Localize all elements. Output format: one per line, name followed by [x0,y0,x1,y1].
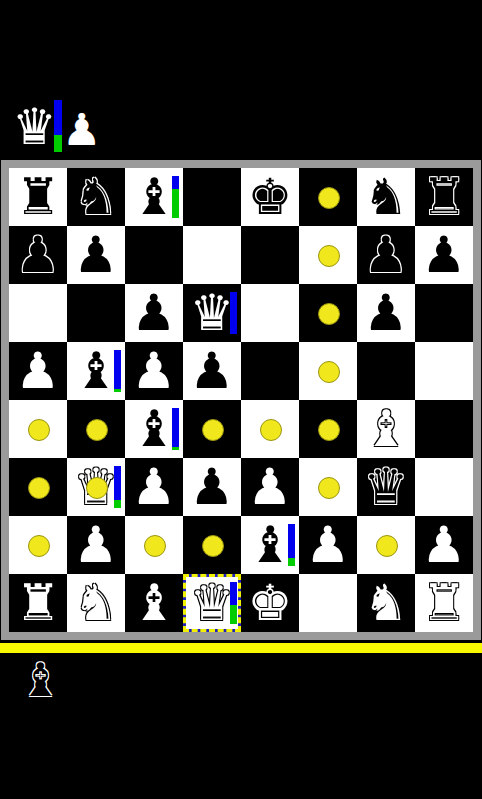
white-knight[interactable]: ♞ [364,574,409,632]
black-knight[interactable]: ♞ [74,168,119,226]
legal-move-dot [86,477,108,499]
square-f7[interactable] [299,226,357,284]
white-pawn[interactable]: ♟ [74,516,119,574]
black-pawn[interactable]: ♟ [422,226,467,284]
legal-move-dot [318,245,340,267]
black-pawn[interactable]: ♟ [190,458,235,516]
black-bishop-tray-piece[interactable]: ♝ [20,657,61,703]
square-f4[interactable] [299,400,357,458]
white-pawn[interactable]: ♟ [16,342,61,400]
white-pawn-tray-piece[interactable]: ♟ [62,108,101,152]
square-f6[interactable] [299,284,357,342]
square-f8[interactable] [299,168,357,226]
white-rook[interactable]: ♜ [422,574,467,632]
black-rook[interactable]: ♜ [16,168,61,226]
square-g7[interactable]: ♟ [357,226,415,284]
white-king[interactable]: ♚ [248,574,293,632]
white-bishop[interactable]: ♝ [364,400,409,458]
square-d3[interactable]: ♟ [183,458,241,516]
square-d5[interactable]: ♟ [183,342,241,400]
chess-app-screen: ♛ ♟ ♜♞♝♚♞♜♟♟♟♟♟♛♟♟♝♟♟♝♝♛♟♟♟♛♟♝♟♟♜♞♝♛♚♞♜ … [0,0,482,799]
square-a7[interactable]: ♟ [9,226,67,284]
tray-cooldown-bar-green [54,135,62,152]
white-queen[interactable]: ♛ [190,284,235,342]
legal-move-dot [28,477,50,499]
yellow-divider-bar [0,643,482,653]
square-g6[interactable]: ♟ [357,284,415,342]
square-h7[interactable]: ♟ [415,226,473,284]
square-d8[interactable] [183,168,241,226]
top-piece-tray: ♛ ♟ [0,96,482,158]
cooldown-bar [114,466,121,508]
square-g1[interactable]: ♞ [357,574,415,632]
legal-move-dot [318,361,340,383]
black-pawn[interactable]: ♟ [132,284,177,342]
square-c3[interactable]: ♟ [125,458,183,516]
square-a8[interactable]: ♜ [9,168,67,226]
square-a1[interactable]: ♜ [9,574,67,632]
white-pawn[interactable]: ♟ [132,458,177,516]
cooldown-bar [230,292,237,334]
square-h5[interactable] [415,342,473,400]
legal-move-dot [28,535,50,557]
cooldown-bar-green [288,558,295,566]
square-e1[interactable]: ♚ [241,574,299,632]
square-b6[interactable] [67,284,125,342]
square-c5[interactable]: ♟ [125,342,183,400]
cooldown-bar-green [172,447,179,450]
square-b7[interactable]: ♟ [67,226,125,284]
square-b8[interactable]: ♞ [67,168,125,226]
black-bishop[interactable]: ♝ [132,168,177,226]
square-g8[interactable]: ♞ [357,168,415,226]
square-h6[interactable] [415,284,473,342]
black-bishop[interactable]: ♝ [248,516,293,574]
black-pawn[interactable]: ♟ [16,226,61,284]
cooldown-bar [172,408,179,450]
legal-move-dot [318,303,340,325]
square-d7[interactable] [183,226,241,284]
white-rook[interactable]: ♜ [16,574,61,632]
cooldown-bar [288,524,295,566]
square-h2[interactable]: ♟ [415,516,473,574]
white-pawn[interactable]: ♟ [422,516,467,574]
square-b4[interactable] [67,400,125,458]
square-b1[interactable]: ♞ [67,574,125,632]
white-bishop[interactable]: ♝ [132,574,177,632]
square-d4[interactable] [183,400,241,458]
square-c1[interactable]: ♝ [125,574,183,632]
white-queen-tray-piece[interactable]: ♛ [12,102,57,152]
square-h1[interactable]: ♜ [415,574,473,632]
black-knight[interactable]: ♞ [364,168,409,226]
legal-move-dot [144,535,166,557]
square-g5[interactable] [357,342,415,400]
legal-move-dot [318,419,340,441]
chess-board-frame: ♜♞♝♚♞♜♟♟♟♟♟♛♟♟♝♟♟♝♝♛♟♟♟♛♟♝♟♟♜♞♝♛♚♞♜ [1,160,481,640]
square-e3[interactable]: ♟ [241,458,299,516]
black-pawn[interactable]: ♟ [190,342,235,400]
black-pawn[interactable]: ♟ [364,284,409,342]
square-f1[interactable] [299,574,357,632]
square-c8[interactable]: ♝ [125,168,183,226]
legal-move-dot [202,535,224,557]
square-e5[interactable] [241,342,299,400]
black-queen[interactable]: ♛ [364,458,409,516]
black-rook[interactable]: ♜ [422,168,467,226]
legal-move-dot [260,419,282,441]
square-f5[interactable] [299,342,357,400]
square-g2[interactable] [357,516,415,574]
square-e4[interactable] [241,400,299,458]
bottom-piece-tray: ♝ [0,655,482,715]
cooldown-bar [230,582,237,624]
square-e6[interactable] [241,284,299,342]
cooldown-bar [114,350,121,392]
legal-move-dot [376,535,398,557]
white-knight[interactable]: ♞ [74,574,119,632]
square-a4[interactable] [9,400,67,458]
white-pawn[interactable]: ♟ [306,516,351,574]
black-pawn[interactable]: ♟ [74,226,119,284]
legal-move-dot [318,187,340,209]
square-e8[interactable]: ♚ [241,168,299,226]
square-h8[interactable]: ♜ [415,168,473,226]
legal-move-dot [318,477,340,499]
square-d1[interactable]: ♛ [183,574,241,632]
square-b2[interactable]: ♟ [67,516,125,574]
square-f2[interactable]: ♟ [299,516,357,574]
square-a5[interactable]: ♟ [9,342,67,400]
white-pawn[interactable]: ♟ [248,458,293,516]
black-pawn[interactable]: ♟ [364,226,409,284]
legal-move-dot [86,419,108,441]
cooldown-bar-green [114,389,121,392]
cooldown-bar-green [230,605,237,624]
square-c4[interactable]: ♝ [125,400,183,458]
square-c7[interactable] [125,226,183,284]
square-f3[interactable] [299,458,357,516]
square-e7[interactable] [241,226,299,284]
square-h3[interactable] [415,458,473,516]
cooldown-bar-green [172,189,179,218]
cooldown-bar-green [114,500,121,508]
square-c6[interactable]: ♟ [125,284,183,342]
white-queen[interactable]: ♛ [190,574,235,632]
square-e2[interactable]: ♝ [241,516,299,574]
square-b5[interactable]: ♝ [67,342,125,400]
white-pawn[interactable]: ♟ [132,342,177,400]
chess-board: ♜♞♝♚♞♜♟♟♟♟♟♛♟♟♝♟♟♝♝♛♟♟♟♛♟♝♟♟♜♞♝♛♚♞♜ [9,168,473,632]
square-b3[interactable]: ♛ [67,458,125,516]
square-g4[interactable]: ♝ [357,400,415,458]
square-a2[interactable] [9,516,67,574]
black-king[interactable]: ♚ [248,168,293,226]
black-bishop[interactable]: ♝ [132,400,177,458]
tray-cooldown-bar [54,100,62,152]
black-bishop[interactable]: ♝ [74,342,119,400]
cooldown-bar [172,176,179,218]
square-a3[interactable] [9,458,67,516]
square-g3[interactable]: ♛ [357,458,415,516]
square-a6[interactable] [9,284,67,342]
square-c2[interactable] [125,516,183,574]
square-d6[interactable]: ♛ [183,284,241,342]
square-h4[interactable] [415,400,473,458]
square-d2[interactable] [183,516,241,574]
legal-move-dot [202,419,224,441]
legal-move-dot [28,419,50,441]
